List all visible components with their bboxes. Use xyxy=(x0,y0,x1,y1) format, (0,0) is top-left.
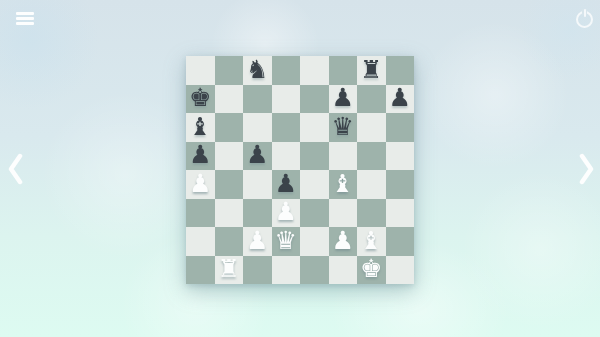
square-c3[interactable] xyxy=(243,199,272,228)
chevron-right-icon xyxy=(576,153,596,185)
square-h7[interactable]: ♟ xyxy=(386,85,415,114)
square-c6[interactable] xyxy=(243,113,272,142)
piece-white-queen[interactable]: ♛ xyxy=(275,228,297,253)
bokeh-circle xyxy=(420,20,570,170)
square-f4[interactable]: ♝ xyxy=(329,170,358,199)
chess-board[interactable]: ♞♜♚♟♟♝♛♟♟♟♟♝♟♟♛♟♝♜♚ xyxy=(186,56,414,284)
square-g7[interactable] xyxy=(357,85,386,114)
bokeh-circle xyxy=(460,170,600,330)
square-h2[interactable] xyxy=(386,227,415,256)
square-f2[interactable]: ♟ xyxy=(329,227,358,256)
square-d5[interactable] xyxy=(272,142,301,171)
square-e7[interactable] xyxy=(300,85,329,114)
square-h1[interactable] xyxy=(386,256,415,285)
power-button[interactable] xyxy=(576,9,593,26)
piece-white-pawn[interactable]: ♟ xyxy=(189,171,211,196)
square-e8[interactable] xyxy=(300,56,329,85)
square-h3[interactable] xyxy=(386,199,415,228)
square-e6[interactable] xyxy=(300,113,329,142)
square-d4[interactable]: ♟ xyxy=(272,170,301,199)
square-g6[interactable] xyxy=(357,113,386,142)
piece-black-knight[interactable]: ♞ xyxy=(246,57,268,82)
menu-button[interactable] xyxy=(16,12,34,25)
piece-black-pawn[interactable]: ♟ xyxy=(389,85,411,110)
hamburger-icon xyxy=(16,12,34,15)
square-e5[interactable] xyxy=(300,142,329,171)
square-f6[interactable]: ♛ xyxy=(329,113,358,142)
square-c1[interactable] xyxy=(243,256,272,285)
piece-black-rook[interactable]: ♜ xyxy=(360,57,382,82)
square-a8[interactable] xyxy=(186,56,215,85)
puzzle-screen: ♞♜♚♟♟♝♛♟♟♟♟♝♟♟♛♟♝♜♚ xyxy=(0,0,600,337)
piece-white-pawn[interactable]: ♟ xyxy=(275,199,297,224)
square-h8[interactable] xyxy=(386,56,415,85)
square-b5[interactable] xyxy=(215,142,244,171)
piece-black-pawn[interactable]: ♟ xyxy=(189,142,211,167)
square-c5[interactable]: ♟ xyxy=(243,142,272,171)
square-f8[interactable] xyxy=(329,56,358,85)
square-c8[interactable]: ♞ xyxy=(243,56,272,85)
piece-white-bishop[interactable]: ♝ xyxy=(332,171,354,196)
square-b7[interactable] xyxy=(215,85,244,114)
square-g2[interactable]: ♝ xyxy=(357,227,386,256)
piece-white-bishop[interactable]: ♝ xyxy=(360,228,382,253)
square-f3[interactable] xyxy=(329,199,358,228)
piece-black-pawn[interactable]: ♟ xyxy=(246,142,268,167)
square-f7[interactable]: ♟ xyxy=(329,85,358,114)
square-a2[interactable] xyxy=(186,227,215,256)
square-c2[interactable]: ♟ xyxy=(243,227,272,256)
piece-white-pawn[interactable]: ♟ xyxy=(246,228,268,253)
piece-black-bishop[interactable]: ♝ xyxy=(189,114,211,139)
square-f5[interactable] xyxy=(329,142,358,171)
bokeh-circle xyxy=(0,0,100,110)
previous-puzzle-button[interactable] xyxy=(6,153,26,185)
square-a6[interactable]: ♝ xyxy=(186,113,215,142)
square-d2[interactable]: ♛ xyxy=(272,227,301,256)
square-d7[interactable] xyxy=(272,85,301,114)
square-g1[interactable]: ♚ xyxy=(357,256,386,285)
chevron-left-icon xyxy=(6,153,26,185)
square-a7[interactable]: ♚ xyxy=(186,85,215,114)
square-d6[interactable] xyxy=(272,113,301,142)
square-e1[interactable] xyxy=(300,256,329,285)
square-d1[interactable] xyxy=(272,256,301,285)
square-b6[interactable] xyxy=(215,113,244,142)
square-a1[interactable] xyxy=(186,256,215,285)
piece-black-king[interactable]: ♚ xyxy=(189,85,211,110)
square-b3[interactable] xyxy=(215,199,244,228)
square-g3[interactable] xyxy=(357,199,386,228)
square-a5[interactable]: ♟ xyxy=(186,142,215,171)
square-g5[interactable] xyxy=(357,142,386,171)
piece-black-queen[interactable]: ♛ xyxy=(332,114,354,139)
square-b1[interactable]: ♜ xyxy=(215,256,244,285)
square-b4[interactable] xyxy=(215,170,244,199)
square-a4[interactable]: ♟ xyxy=(186,170,215,199)
square-c7[interactable] xyxy=(243,85,272,114)
piece-black-pawn[interactable]: ♟ xyxy=(332,85,354,110)
square-b8[interactable] xyxy=(215,56,244,85)
bokeh-circle xyxy=(40,90,210,260)
square-a3[interactable] xyxy=(186,199,215,228)
square-d8[interactable] xyxy=(272,56,301,85)
square-e4[interactable] xyxy=(300,170,329,199)
next-puzzle-button[interactable] xyxy=(576,153,596,185)
square-e3[interactable] xyxy=(300,199,329,228)
square-h5[interactable] xyxy=(386,142,415,171)
square-c4[interactable] xyxy=(243,170,272,199)
square-g4[interactable] xyxy=(357,170,386,199)
piece-white-rook[interactable]: ♜ xyxy=(218,256,240,281)
square-h6[interactable] xyxy=(386,113,415,142)
square-b2[interactable] xyxy=(215,227,244,256)
piece-white-pawn[interactable]: ♟ xyxy=(332,228,354,253)
square-g8[interactable]: ♜ xyxy=(357,56,386,85)
square-f1[interactable] xyxy=(329,256,358,285)
piece-white-king[interactable]: ♚ xyxy=(360,256,382,281)
square-e2[interactable] xyxy=(300,227,329,256)
piece-black-pawn[interactable]: ♟ xyxy=(275,171,297,196)
square-h4[interactable] xyxy=(386,170,415,199)
square-d3[interactable]: ♟ xyxy=(272,199,301,228)
